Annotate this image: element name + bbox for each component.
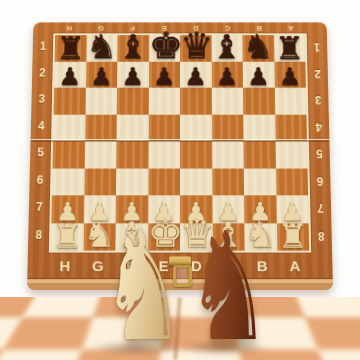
square-f2 (117, 61, 149, 87)
square-a8 (276, 223, 309, 251)
square-f6 (116, 168, 148, 195)
square-g2 (86, 61, 118, 87)
square-d4 (180, 114, 212, 141)
square-c2 (211, 61, 243, 87)
square-h4 (53, 114, 85, 141)
square-d2 (180, 61, 211, 87)
square-d6 (180, 168, 212, 195)
square-c1 (211, 35, 242, 61)
square-g4 (85, 114, 117, 141)
rank-label-right-4: 4 (308, 112, 329, 139)
square-e3 (148, 88, 180, 115)
square-h8 (51, 223, 84, 251)
file-label-top-e: E (148, 22, 180, 33)
square-d3 (180, 88, 212, 115)
rank-label-left-7: 7 (29, 193, 50, 220)
file-labels-top: HGFEDCBA (53, 22, 306, 33)
file-label-top-f: F (117, 22, 149, 33)
foreground-knight-light: ♞ (101, 212, 171, 360)
square-a1 (274, 35, 306, 61)
square-b2 (243, 61, 275, 87)
square-e6 (148, 168, 180, 195)
square-b6 (244, 168, 276, 195)
square-b4 (243, 114, 275, 141)
square-h3 (54, 88, 86, 115)
square-d1 (180, 35, 211, 61)
square-f5 (116, 141, 148, 168)
rank-label-right-2: 2 (307, 59, 328, 85)
file-label-top-h: H (53, 22, 85, 33)
rank-label-right-7: 7 (310, 193, 331, 220)
square-a4 (275, 114, 307, 141)
square-c6 (212, 168, 244, 195)
file-label-top-c: C (212, 22, 244, 33)
square-a6 (276, 168, 308, 195)
square-h6 (52, 168, 84, 195)
rank-label-right-6: 6 (309, 166, 330, 193)
square-h2 (54, 61, 86, 87)
foreground-knight-dark: ♞ (186, 212, 256, 360)
file-label-top-a: A (275, 22, 307, 33)
square-b3 (243, 88, 275, 115)
rank-label-left-8: 8 (28, 221, 49, 249)
square-e2 (149, 61, 180, 87)
board-fold-seam (31, 139, 330, 142)
file-label-top-d: D (180, 22, 212, 33)
square-f4 (117, 114, 149, 141)
rank-label-left-5: 5 (30, 139, 51, 166)
file-label-a: A (278, 253, 311, 279)
square-h7 (51, 195, 84, 223)
square-f1 (117, 35, 148, 61)
square-g6 (84, 168, 116, 195)
square-e1 (149, 35, 180, 61)
square-e5 (148, 141, 180, 168)
rank-label-right-8: 8 (311, 221, 332, 249)
square-g5 (84, 141, 116, 168)
rank-label-left-6: 6 (29, 166, 50, 193)
rank-label-right-3: 3 (308, 86, 329, 113)
rank-label-left-2: 2 (32, 59, 53, 85)
square-b5 (243, 141, 275, 168)
square-a5 (275, 141, 307, 168)
rank-label-left-3: 3 (31, 86, 52, 113)
square-a7 (276, 195, 309, 223)
square-h1 (55, 35, 87, 61)
square-b1 (242, 35, 274, 61)
rank-label-left-1: 1 (33, 33, 54, 59)
square-a2 (274, 61, 306, 87)
square-a3 (274, 88, 306, 115)
file-label-top-g: G (85, 22, 117, 33)
square-c5 (212, 141, 244, 168)
square-c3 (211, 88, 243, 115)
rank-label-right-1: 1 (307, 33, 328, 59)
rank-label-left-4: 4 (31, 112, 52, 139)
chess-set-product-photo: HGFEDCBA 12345678 12345678 HGFEDCBA ♜♞♝♚… (0, 0, 360, 360)
square-g3 (85, 88, 117, 115)
square-d5 (180, 141, 212, 168)
square-h5 (52, 141, 84, 168)
square-e4 (148, 114, 180, 141)
square-c4 (212, 114, 244, 141)
file-label-h: H (48, 253, 81, 279)
rank-label-right-5: 5 (309, 139, 330, 166)
file-label-top-b: B (243, 22, 275, 33)
square-f3 (117, 88, 149, 115)
square-g1 (86, 35, 118, 61)
